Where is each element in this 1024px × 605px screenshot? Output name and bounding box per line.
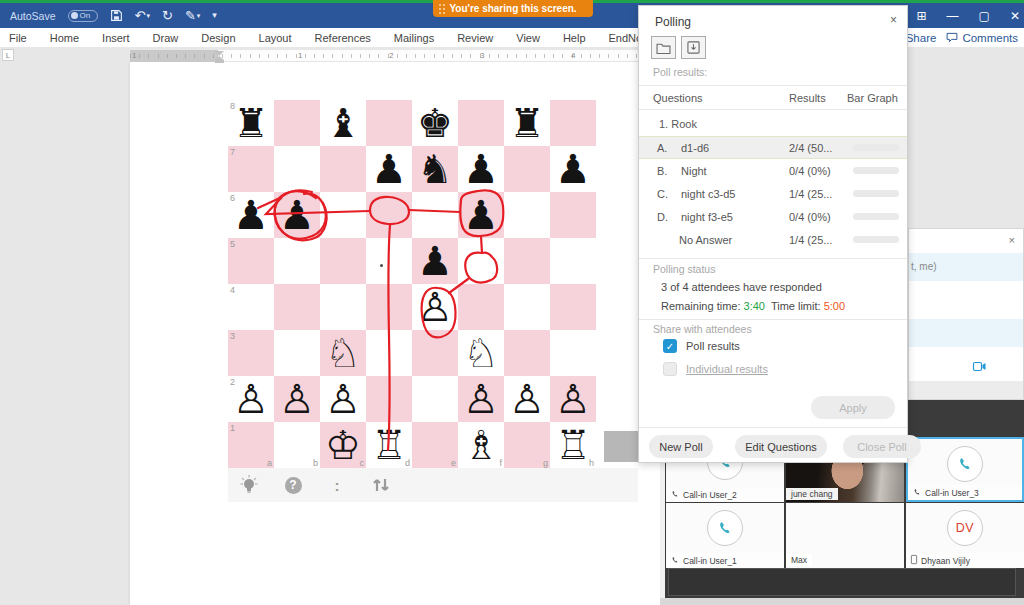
participant-name-chip: june chang	[786, 488, 838, 500]
ribbon-tab-view[interactable]: View	[516, 32, 540, 44]
video-tile-max[interactable]: Max	[786, 503, 904, 568]
scroll-handle[interactable]	[604, 431, 638, 462]
stray-dot	[380, 264, 383, 267]
square-b1[interactable]: b	[274, 422, 320, 468]
file-label-b: b	[313, 458, 318, 468]
rank-label-4: 4	[230, 285, 235, 295]
square-d6[interactable]	[366, 192, 412, 238]
square-b5[interactable]	[274, 238, 320, 284]
polling-status-label: Polling status	[653, 263, 715, 275]
square-f5[interactable]	[458, 238, 504, 284]
participant-name-fragment: t, me)	[909, 253, 1023, 272]
answer-label: No Answer	[679, 234, 732, 246]
restore-icon[interactable]: ▢	[979, 9, 990, 23]
square-h6[interactable]	[550, 192, 596, 238]
undo-icon[interactable]: ↶▾	[135, 9, 150, 22]
square-a3[interactable]: 3	[228, 330, 274, 376]
remaining-value: 3:40	[744, 300, 765, 312]
square-g4[interactable]	[504, 284, 550, 330]
column-questions[interactable]: Questions	[653, 92, 703, 104]
participant-name-bar: Call-in User_3	[908, 485, 1022, 500]
autosave-toggle[interactable]: On	[68, 10, 98, 22]
ribbon-tab-draw[interactable]: Draw	[153, 32, 179, 44]
ribbon-tab-references[interactable]: References	[315, 32, 371, 44]
square-c6[interactable]	[320, 192, 366, 238]
file-label-c: c	[360, 458, 365, 468]
redo-icon[interactable]: ↻	[162, 9, 173, 22]
timer-line: Remaining time: 3:40 Time limit: 5:00	[661, 300, 845, 312]
autosave-label: AutoSave	[10, 10, 56, 22]
participant-row[interactable]: t, me)	[909, 253, 1023, 281]
square-a7[interactable]: 7	[228, 146, 274, 192]
remaining-label: Remaining time:	[661, 300, 740, 312]
edit-questions-button[interactable]: Edit Questions	[735, 435, 827, 458]
square-e5[interactable]: ♟	[412, 238, 458, 284]
limit-label: Time limit:	[771, 300, 821, 312]
file-label-f: f	[499, 458, 502, 468]
board-toolbar: ? :	[228, 468, 638, 502]
square-f4[interactable]	[458, 284, 504, 330]
square-h5[interactable]	[550, 238, 596, 284]
square-b3[interactable]	[274, 330, 320, 376]
black-piece-h7: ♟	[555, 147, 591, 191]
square-b4[interactable]	[274, 284, 320, 330]
square-g3[interactable]	[504, 330, 550, 376]
video-camera-icon[interactable]	[973, 357, 986, 375]
participant-name: Call-in User_3	[925, 488, 979, 498]
square-c3[interactable]: ♘	[320, 330, 366, 376]
square-h4[interactable]	[550, 284, 596, 330]
square-e1[interactable]: e	[412, 422, 458, 468]
black-piece-c8: ♝	[325, 101, 361, 145]
answer-bar-track	[853, 236, 899, 243]
square-f6[interactable]: ♟	[458, 192, 504, 238]
close-poll-button[interactable]: Close Poll	[843, 435, 921, 458]
ribbon-tab-insert[interactable]: Insert	[102, 32, 130, 44]
save-icon[interactable]	[110, 9, 123, 22]
square-d8[interactable]	[366, 100, 412, 146]
square-a6[interactable]: ♟6	[228, 192, 274, 238]
square-b6[interactable]: ♟	[274, 192, 320, 238]
square-d5[interactable]	[366, 238, 412, 284]
file-label-g: g	[543, 458, 548, 468]
video-tile-dhyaan-vijily[interactable]: DVDhyaan Vijily	[906, 503, 1024, 568]
poll-row-C[interactable]: C.night c3-d51/4 (25...	[639, 182, 907, 205]
white-piece-b2: ♙	[279, 377, 315, 421]
banner-text: You're sharing this screen.	[449, 3, 576, 14]
comments-label: Comments	[962, 32, 1018, 44]
white-piece-c1: ♔	[325, 423, 361, 467]
poll-row-no-answer[interactable]: No Answer1/4 (25...	[639, 228, 907, 251]
answer-bar-track	[853, 190, 899, 197]
square-g5[interactable]	[504, 238, 550, 284]
phone-icon	[671, 490, 679, 500]
square-b2[interactable]: ♙	[274, 376, 320, 422]
white-piece-g2: ♙	[509, 377, 545, 421]
column-bargraph[interactable]: Bar Graph	[847, 92, 898, 104]
black-piece-g8: ♜	[509, 101, 545, 145]
black-piece-f7: ♟	[463, 147, 499, 191]
black-piece-e8: ♚	[417, 101, 453, 145]
share-with-attendees-label: Share with attendees	[653, 323, 752, 335]
poll-results-checkbox[interactable]: ✓	[663, 339, 677, 353]
participants-close-icon[interactable]: ×	[1009, 234, 1015, 246]
ribbon-tab-design[interactable]: Design	[201, 32, 235, 44]
polling-panel: Polling × Poll results: Questions Result…	[638, 5, 908, 463]
rank-label-7: 7	[230, 147, 235, 157]
answer-label: Night	[681, 165, 707, 177]
document-page: ♜8♝♚♜7♟♞♟♟♟6♟♟5♟4♙3♘♘♙2♙♙♙♙♙1ab♔c♖de♗fg♖…	[130, 62, 660, 605]
quick-access-toolbar: AutoSave On ↶▾ ↻ ✎▾ ▾	[0, 9, 217, 22]
square-h1[interactable]: ♖h	[550, 422, 596, 468]
ribbon-tab-mailings[interactable]: Mailings	[394, 32, 434, 44]
answer-label: night f3-e5	[681, 211, 733, 223]
square-h8[interactable]	[550, 100, 596, 146]
square-a2[interactable]: ♙2	[228, 376, 274, 422]
square-d1[interactable]: ♖d	[366, 422, 412, 468]
square-h2[interactable]: ♙	[550, 376, 596, 422]
black-piece-e5: ♟	[417, 239, 453, 283]
poll-row-A[interactable]: A.d1-d62/4 (50...	[639, 136, 907, 159]
ink-tool-icon[interactable]: ✎▾	[185, 9, 200, 22]
apply-button[interactable]: Apply	[811, 396, 895, 419]
phone-avatar-icon	[707, 510, 743, 546]
square-b7[interactable]	[274, 146, 320, 192]
flip-board-icon[interactable]	[370, 474, 392, 496]
comments-button[interactable]: Comments	[946, 32, 1018, 44]
square-d2[interactable]	[366, 376, 412, 422]
video-tile-call-in-user-3[interactable]: Call-in User_3	[906, 437, 1024, 502]
square-c4[interactable]	[320, 284, 366, 330]
answer-result: 0/4 (0%)	[789, 165, 849, 177]
video-bottom-bar	[668, 568, 1016, 596]
phone-icon	[913, 488, 921, 498]
video-window-edge	[660, 598, 1024, 605]
rank-label-2: 2	[230, 377, 235, 387]
square-g8[interactable]: ♜	[504, 100, 550, 146]
square-a5[interactable]: 5	[228, 238, 274, 284]
poll-row-D[interactable]: D.night f3-e50/4 (0%)	[639, 205, 907, 228]
square-b8[interactable]	[274, 100, 320, 146]
banner-grip-icon[interactable]	[438, 3, 446, 14]
video-tile-call-in-user-1[interactable]: Call-in User_1	[666, 503, 784, 568]
black-piece-e7: ♞	[417, 147, 453, 191]
square-h3[interactable]	[550, 330, 596, 376]
square-d3[interactable]	[366, 330, 412, 376]
poll-row-B[interactable]: B.Night0/4 (0%)	[639, 159, 907, 182]
square-c1[interactable]: ♔c	[320, 422, 366, 468]
square-a4[interactable]: 4	[228, 284, 274, 330]
square-f1[interactable]: ♗f	[458, 422, 504, 468]
autosave-state: On	[80, 11, 91, 20]
save-poll-icon[interactable]	[681, 36, 706, 59]
square-f3[interactable]: ♘	[458, 330, 504, 376]
answer-letter: C.	[657, 188, 679, 200]
poll-results-checkbox-label: Poll results	[686, 340, 740, 352]
square-g1[interactable]: g	[504, 422, 550, 468]
phone-icon	[671, 556, 679, 566]
screen-share-banner: You're sharing this screen.	[433, 0, 593, 17]
answer-bar-track	[853, 167, 899, 174]
answer-label: d1-d6	[681, 142, 709, 154]
white-piece-h1: ♖	[555, 423, 591, 467]
participant-row[interactable]	[909, 319, 1023, 347]
white-piece-d1: ♖	[371, 423, 407, 467]
close-icon[interactable]: ✕	[1010, 9, 1020, 23]
white-piece-c3: ♘	[325, 331, 361, 375]
horizontal-ruler: 1 1 2 3 4	[130, 50, 638, 62]
ribbon-tab-layout[interactable]: Layout	[259, 32, 292, 44]
square-e6[interactable]	[412, 192, 458, 238]
white-piece-f1: ♗	[463, 423, 499, 467]
answer-letter: B.	[657, 165, 679, 177]
hint-bulb-icon[interactable]	[238, 474, 260, 496]
poll-results-label: Poll results:	[653, 66, 707, 78]
square-g6[interactable]	[504, 192, 550, 238]
rank-label-1: 1	[230, 423, 235, 433]
folder-icon[interactable]	[651, 36, 676, 59]
white-piece-f2: ♙	[463, 377, 499, 421]
ribbon-options-icon[interactable]: ⊞	[917, 9, 927, 23]
ruler-tab-selector[interactable]: L	[2, 49, 14, 61]
file-label-h: h	[589, 458, 594, 468]
rank-label-3: 3	[230, 331, 235, 341]
black-piece-a8: ♜	[233, 101, 269, 145]
customize-toolbar-icon[interactable]: ▾	[212, 9, 217, 22]
square-g7[interactable]	[504, 146, 550, 192]
white-piece-f3: ♘	[463, 331, 499, 375]
answer-bar-track	[853, 213, 899, 220]
square-g2[interactable]: ♙	[504, 376, 550, 422]
white-piece-e4: ♙	[417, 285, 453, 329]
minimize-icon[interactable]: —	[947, 9, 959, 23]
rank-label-8: 8	[230, 101, 235, 111]
answer-label: night c3-d5	[681, 188, 735, 200]
individual-results-checkbox[interactable]	[663, 362, 677, 376]
black-piece-a6: ♟	[233, 193, 269, 237]
square-e8[interactable]: ♚	[412, 100, 458, 146]
ribbon-tab-review[interactable]: Review	[457, 32, 493, 44]
square-a8[interactable]: ♜8	[228, 100, 274, 146]
participant-name-bar: Call-in User_1	[666, 553, 784, 568]
answer-bar-track	[853, 144, 899, 151]
screen: AutoSave On ↶▾ ↻ ✎▾ ▾ ⊞ — ▢ ✕ You're sha…	[0, 0, 1024, 605]
initials-avatar: DV	[947, 510, 983, 546]
menu-dots-icon[interactable]: :	[326, 474, 348, 496]
square-f8[interactable]	[458, 100, 504, 146]
chess-board[interactable]: ♜8♝♚♜7♟♞♟♟♟6♟♟5♟4♙3♘♘♙2♙♙♙♙♙1ab♔c♖de♗fg♖…	[228, 100, 596, 468]
answer-result: 1/4 (25...	[789, 234, 849, 246]
black-piece-d7: ♟	[371, 147, 407, 191]
answer-result: 1/4 (25...	[789, 188, 849, 200]
white-piece-a2: ♙	[233, 377, 269, 421]
square-e4[interactable]: ♙	[412, 284, 458, 330]
share-label: Share	[906, 32, 937, 44]
file-label-e: e	[451, 458, 456, 468]
square-e7[interactable]: ♞	[412, 146, 458, 192]
polling-title: Polling	[655, 15, 691, 29]
participants-panel: × t, me)	[908, 228, 1024, 400]
square-d4[interactable]	[366, 284, 412, 330]
autosave-toggle-dot	[71, 12, 78, 19]
white-piece-h2: ♙	[555, 377, 591, 421]
file-label-d: d	[405, 458, 410, 468]
help-icon[interactable]: ?	[282, 474, 304, 496]
square-f2[interactable]: ♙	[458, 376, 504, 422]
white-piece-c2: ♙	[325, 377, 361, 421]
ribbon-tab-home[interactable]: Home	[50, 32, 79, 44]
column-results[interactable]: Results	[789, 92, 826, 104]
square-d7[interactable]: ♟	[366, 146, 412, 192]
limit-value: 5:00	[824, 300, 845, 312]
participant-name: Call-in User_2	[683, 490, 737, 500]
answer-result: 2/4 (50...	[789, 142, 849, 154]
indent-marker[interactable]	[214, 51, 224, 63]
participant-name-bar: Dhyaan Vijily	[906, 553, 1024, 568]
answer-letter: D.	[657, 211, 679, 223]
participant-name: Dhyaan Vijily	[921, 556, 970, 566]
participant-name-chip: Max	[786, 554, 812, 566]
square-e2[interactable]	[412, 376, 458, 422]
black-piece-b6: ♟	[279, 193, 315, 237]
individual-results-checkbox-label: Individual results	[686, 363, 768, 375]
rank-label-6: 6	[230, 193, 235, 203]
mobile-device-icon	[911, 555, 917, 566]
polling-close-icon[interactable]: ×	[890, 13, 897, 27]
ribbon-tab-help[interactable]: Help	[563, 32, 586, 44]
answer-result: 0/4 (0%)	[789, 211, 849, 223]
square-c5[interactable]	[320, 238, 366, 284]
square-c2[interactable]: ♙	[320, 376, 366, 422]
participant-name-bar: Call-in User_2	[666, 487, 784, 502]
square-h7[interactable]: ♟	[550, 146, 596, 192]
new-poll-button[interactable]: New Poll	[649, 435, 713, 458]
ribbon-tab-file[interactable]: File	[9, 32, 27, 44]
file-label-a: a	[267, 458, 272, 468]
answer-letter: A.	[657, 142, 679, 154]
square-e3[interactable]	[412, 330, 458, 376]
rank-label-5: 5	[230, 239, 235, 249]
black-piece-f6: ♟	[463, 193, 499, 237]
square-f7[interactable]: ♟	[458, 146, 504, 192]
square-c7[interactable]	[320, 146, 366, 192]
poll-question: 1. Rook	[659, 118, 697, 130]
square-a1[interactable]: 1a	[228, 422, 274, 468]
square-c8[interactable]: ♝	[320, 100, 366, 146]
phone-avatar-icon	[947, 446, 983, 482]
responded-text: 3 of 4 attendees have responded	[661, 281, 822, 293]
participant-name: Call-in User_1	[683, 556, 737, 566]
participants-footer	[909, 381, 1023, 399]
